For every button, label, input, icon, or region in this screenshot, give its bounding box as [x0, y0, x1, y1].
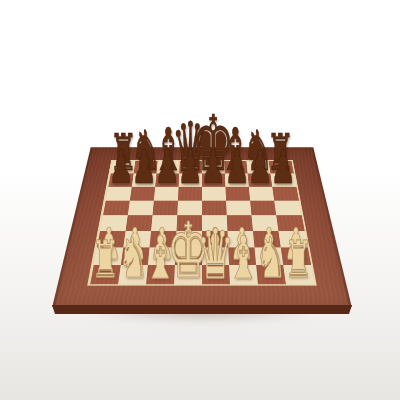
studio-scene: ♜♞♝♛♚♝♞♜♟♟♟♟♟♟♟♟♟♟♟♟♟♟♟♟♜♞♝♚♛♝♞♜ [0, 0, 400, 400]
square-h5[interactable] [274, 201, 301, 216]
square-b5[interactable] [127, 201, 153, 216]
square-g5[interactable] [250, 201, 276, 216]
square-a5[interactable] [103, 201, 130, 216]
piece-white-rook[interactable]: ♜ [283, 234, 315, 285]
piece-black-pawn[interactable]: ♟ [269, 144, 298, 190]
